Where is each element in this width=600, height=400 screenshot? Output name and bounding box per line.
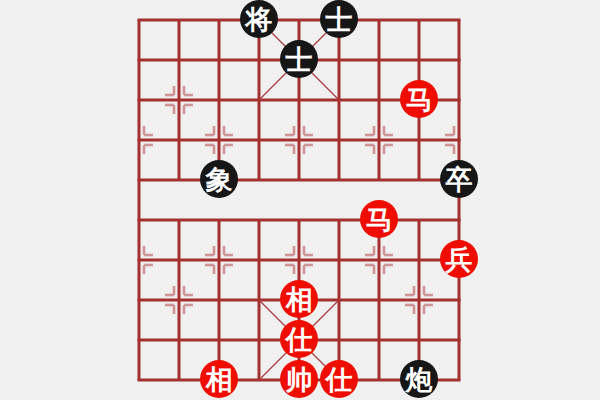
piece-layer: 将士士马象卒马兵相仕相帅仕炮 <box>119 0 479 400</box>
piece-black-soldier[interactable]: 卒 <box>440 160 478 198</box>
xiangqi-board: 将士士马象卒马兵相仕相帅仕炮 <box>0 0 600 400</box>
piece-black-elephant[interactable]: 象 <box>200 160 238 198</box>
piece-black-advisor[interactable]: 士 <box>320 0 358 38</box>
piece-red-general[interactable]: 帅 <box>280 360 318 398</box>
piece-red-elephant[interactable]: 相 <box>280 280 318 318</box>
piece-red-horse[interactable]: 马 <box>360 200 398 238</box>
piece-red-horse[interactable]: 马 <box>400 80 438 118</box>
piece-red-advisor[interactable]: 仕 <box>320 360 358 398</box>
piece-black-advisor[interactable]: 士 <box>280 40 318 78</box>
piece-red-elephant[interactable]: 相 <box>200 360 238 398</box>
piece-black-general[interactable]: 将 <box>240 0 278 38</box>
piece-red-advisor[interactable]: 仕 <box>280 320 318 358</box>
piece-red-soldier[interactable]: 兵 <box>440 240 478 278</box>
piece-black-cannon[interactable]: 炮 <box>400 360 438 398</box>
